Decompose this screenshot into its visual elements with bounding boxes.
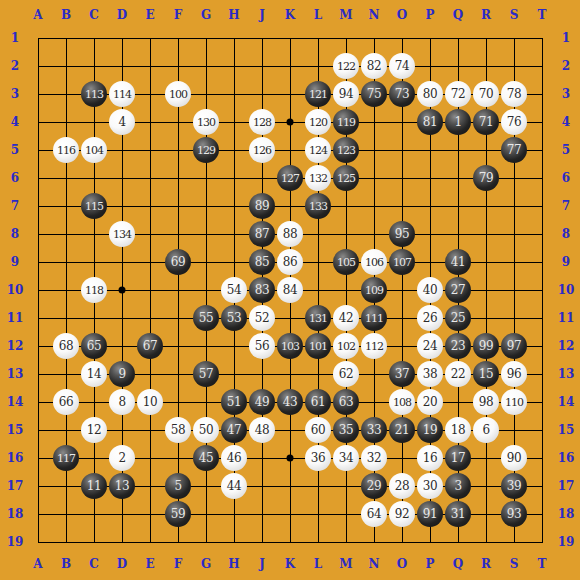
stone-white-P12[interactable]: 24 [417,333,443,359]
stone-white-M2[interactable]: 122 [333,53,359,79]
stone-black-L7[interactable]: 133 [305,193,331,219]
stone-move-number: 125 [337,173,355,184]
stone-move-number: 83 [255,284,269,296]
stone-move-number: 6 [482,424,489,436]
stone-move-number: 16 [423,452,437,464]
stone-black-L12[interactable]: 101 [305,333,331,359]
stone-white-S13[interactable]: 96 [501,361,527,387]
stone-move-number: 77 [507,144,521,156]
stone-white-P17[interactable]: 30 [417,473,443,499]
stone-move-number: 120 [309,117,327,128]
stone-black-Q16[interactable]: 17 [445,445,471,471]
row-label-right-17: 17 [558,480,575,492]
stone-move-number: 17 [451,452,465,464]
stone-white-R14[interactable]: 98 [473,389,499,415]
stone-move-number: 1 [454,116,461,128]
stone-white-L6[interactable]: 132 [305,165,331,191]
stone-move-number: 84 [283,284,297,296]
stone-white-N16[interactable]: 32 [361,445,387,471]
stone-white-J15[interactable]: 48 [249,417,275,443]
stone-white-S14[interactable]: 110 [501,389,527,415]
stone-move-number: 52 [255,312,269,324]
row-label-right-5: 5 [562,144,570,156]
stone-move-number: 96 [507,368,521,380]
stone-black-J9[interactable]: 85 [249,249,275,275]
stone-move-number: 40 [423,284,437,296]
stone-move-number: 34 [339,452,353,464]
row-label-right-3: 3 [562,88,570,100]
stone-move-number: 132 [309,173,327,184]
stone-move-number: 119 [337,117,355,128]
stone-white-C15[interactable]: 12 [81,417,107,443]
stone-white-M11[interactable]: 42 [333,305,359,331]
stone-black-N11[interactable]: 111 [361,305,387,331]
stone-move-number: 90 [507,452,521,464]
stone-black-F18[interactable]: 59 [165,501,191,527]
col-label-bottom-B: B [61,558,71,570]
stone-white-D4[interactable]: 4 [109,109,135,135]
row-label-right-1: 1 [562,32,570,44]
stone-white-Q15[interactable]: 18 [445,417,471,443]
stone-white-P10[interactable]: 40 [417,277,443,303]
stone-black-K14[interactable]: 43 [277,389,303,415]
stone-white-D8[interactable]: 134 [109,221,135,247]
stone-black-Q11[interactable]: 25 [445,305,471,331]
stone-black-L11[interactable]: 131 [305,305,331,331]
stone-move-number: 74 [395,60,409,72]
stone-white-N18[interactable]: 64 [361,501,387,527]
row-label-left-11: 11 [7,312,24,324]
stone-move-number: 65 [87,340,101,352]
stone-move-number: 79 [479,172,493,184]
col-label-top-F: F [174,9,183,21]
stone-white-M16[interactable]: 34 [333,445,359,471]
row-label-right-9: 9 [562,256,570,268]
stone-black-R4[interactable]: 71 [473,109,499,135]
stone-move-number: 19 [423,424,437,436]
row-label-right-11: 11 [558,312,575,324]
stone-black-G13[interactable]: 57 [193,361,219,387]
stone-white-O17[interactable]: 28 [389,473,415,499]
stone-move-number: 46 [227,452,241,464]
stone-move-number: 55 [199,312,213,324]
stone-white-B12[interactable]: 68 [53,333,79,359]
stone-black-G16[interactable]: 45 [193,445,219,471]
stone-move-number: 109 [365,285,383,296]
row-label-left-18: 18 [7,508,24,520]
stone-black-E12[interactable]: 67 [137,333,163,359]
stone-move-number: 87 [255,228,269,240]
stone-black-Q12[interactable]: 23 [445,333,471,359]
stone-black-D13[interactable]: 9 [109,361,135,387]
stone-white-K10[interactable]: 84 [277,277,303,303]
stone-move-number: 94 [339,88,353,100]
col-label-bottom-N: N [369,558,380,570]
stone-black-M6[interactable]: 125 [333,165,359,191]
stone-black-K6[interactable]: 127 [277,165,303,191]
col-label-bottom-M: M [339,558,352,570]
col-label-bottom-G: G [201,558,211,570]
stone-move-number: 68 [59,340,73,352]
stone-black-H15[interactable]: 47 [221,417,247,443]
col-label-top-C: C [89,9,99,21]
col-label-bottom-A: A [33,558,42,570]
stone-white-R3[interactable]: 70 [473,81,499,107]
stone-move-number: 4 [118,116,125,128]
stone-black-C12[interactable]: 65 [81,333,107,359]
stone-black-M15[interactable]: 35 [333,417,359,443]
row-label-right-8: 8 [562,228,570,240]
stone-move-number: 53 [227,312,241,324]
stone-white-D16[interactable]: 2 [109,445,135,471]
stone-black-O15[interactable]: 21 [389,417,415,443]
stone-black-M4[interactable]: 119 [333,109,359,135]
stone-black-C3[interactable]: 113 [81,81,107,107]
stone-move-number: 48 [255,424,269,436]
stone-move-number: 30 [423,480,437,492]
row-label-right-12: 12 [558,340,575,352]
row-label-left-6: 6 [11,172,19,184]
stone-white-P3[interactable]: 80 [417,81,443,107]
stone-move-number: 44 [227,480,241,492]
stone-white-H10[interactable]: 54 [221,277,247,303]
stone-move-number: 106 [365,257,383,268]
stone-move-number: 97 [507,340,521,352]
stone-move-number: 95 [395,228,409,240]
stone-white-L4[interactable]: 120 [305,109,331,135]
row-label-left-15: 15 [7,424,24,436]
stone-black-O3[interactable]: 73 [389,81,415,107]
stone-black-J10[interactable]: 83 [249,277,275,303]
stone-white-O2[interactable]: 74 [389,53,415,79]
stone-white-O14[interactable]: 108 [389,389,415,415]
stone-black-F9[interactable]: 69 [165,249,191,275]
stone-move-number: 27 [451,284,465,296]
stone-move-number: 73 [395,88,409,100]
col-label-top-R: R [481,9,491,21]
stone-white-C10[interactable]: 118 [81,277,107,303]
row-label-right-16: 16 [558,452,575,464]
stone-move-number: 126 [253,145,271,156]
stone-white-G15[interactable]: 50 [193,417,219,443]
stone-black-S18[interactable]: 93 [501,501,527,527]
stone-move-number: 43 [283,396,297,408]
col-label-bottom-D: D [117,558,127,570]
go-diagram-screen: AABBCCDDEEFFGGHHJJKKLLMMNNOOPPQQRRSSTT11… [0,0,580,580]
stone-black-H14[interactable]: 51 [221,389,247,415]
stone-move-number: 60 [311,424,325,436]
stone-black-J14[interactable]: 49 [249,389,275,415]
col-label-top-M: M [339,9,352,21]
stone-move-number: 58 [171,424,185,436]
stone-white-G4[interactable]: 130 [193,109,219,135]
col-label-top-D: D [117,9,127,21]
row-label-left-1: 1 [11,32,19,44]
stone-move-number: 69 [171,256,185,268]
col-label-bottom-K: K [285,558,295,570]
stone-move-number: 88 [283,228,297,240]
col-label-bottom-Q: Q [453,558,463,570]
stone-white-M13[interactable]: 62 [333,361,359,387]
col-label-bottom-J: J [259,558,265,570]
stone-white-N9[interactable]: 106 [361,249,387,275]
stone-black-Q17[interactable]: 3 [445,473,471,499]
stone-move-number: 57 [199,368,213,380]
stone-move-number: 18 [451,424,465,436]
stone-move-number: 20 [423,396,437,408]
stone-white-B14[interactable]: 66 [53,389,79,415]
stone-white-O18[interactable]: 92 [389,501,415,527]
stone-white-L5[interactable]: 124 [305,137,331,163]
stone-black-Q10[interactable]: 27 [445,277,471,303]
row-label-left-12: 12 [7,340,24,352]
row-label-left-4: 4 [11,116,19,128]
stone-move-number: 37 [395,368,409,380]
row-label-left-14: 14 [7,396,24,408]
stone-move-number: 131 [309,313,327,324]
stone-move-number: 13 [115,480,129,492]
stone-move-number: 63 [339,396,353,408]
stone-move-number: 117 [57,453,75,464]
stone-move-number: 93 [507,508,521,520]
stone-white-C13[interactable]: 14 [81,361,107,387]
stone-black-Q4[interactable]: 1 [445,109,471,135]
row-label-right-15: 15 [558,424,575,436]
stone-black-R12[interactable]: 99 [473,333,499,359]
stone-move-number: 42 [339,312,353,324]
stone-move-number: 105 [337,257,355,268]
stone-move-number: 116 [57,145,75,156]
stone-black-D17[interactable]: 13 [109,473,135,499]
stone-white-L15[interactable]: 60 [305,417,331,443]
stone-black-O13[interactable]: 37 [389,361,415,387]
stone-black-N17[interactable]: 29 [361,473,387,499]
stone-white-S3[interactable]: 78 [501,81,527,107]
stone-white-K8[interactable]: 88 [277,221,303,247]
col-label-bottom-T: T [538,558,547,570]
stone-move-number: 91 [423,508,437,520]
col-label-top-P: P [425,9,434,21]
col-label-top-S: S [510,9,519,21]
stone-move-number: 11 [87,480,101,492]
stone-black-H11[interactable]: 53 [221,305,247,331]
stone-move-number: 50 [199,424,213,436]
row-label-right-19: 19 [558,536,575,548]
stone-move-number: 76 [507,116,521,128]
stone-white-F15[interactable]: 58 [165,417,191,443]
stone-move-number: 26 [423,312,437,324]
stone-white-P16[interactable]: 16 [417,445,443,471]
row-label-right-7: 7 [562,200,570,212]
stone-move-number: 71 [479,116,493,128]
col-label-top-H: H [228,9,239,21]
col-label-top-G: G [201,9,211,21]
stone-black-L14[interactable]: 61 [305,389,331,415]
row-label-right-18: 18 [558,508,575,520]
stone-white-B5[interactable]: 116 [53,137,79,163]
stone-black-S12[interactable]: 97 [501,333,527,359]
stone-move-number: 14 [87,368,101,380]
row-label-left-16: 16 [7,452,24,464]
stone-white-J12[interactable]: 56 [249,333,275,359]
stone-black-S5[interactable]: 77 [501,137,527,163]
stone-black-L3[interactable]: 121 [305,81,331,107]
stone-white-H17[interactable]: 44 [221,473,247,499]
stone-move-number: 110 [505,397,523,408]
stone-black-G5[interactable]: 129 [193,137,219,163]
stone-black-R6[interactable]: 79 [473,165,499,191]
stone-move-number: 28 [395,480,409,492]
stone-move-number: 85 [255,256,269,268]
stone-move-number: 104 [85,145,103,156]
col-label-bottom-H: H [228,558,239,570]
stone-move-number: 22 [451,368,465,380]
stone-move-number: 134 [113,229,131,240]
stone-black-N10[interactable]: 109 [361,277,387,303]
row-label-left-9: 9 [11,256,19,268]
stone-black-R13[interactable]: 15 [473,361,499,387]
stone-white-S4[interactable]: 76 [501,109,527,135]
stone-move-number: 25 [451,312,465,324]
stone-move-number: 9 [118,368,125,380]
stone-white-L16[interactable]: 36 [305,445,331,471]
stone-black-C17[interactable]: 11 [81,473,107,499]
stone-white-N12[interactable]: 112 [361,333,387,359]
go-board[interactable]: AABBCCDDEEFFGGHHJJKKLLMMNNOOPPQQRRSSTT11… [0,0,580,580]
col-label-bottom-F: F [174,558,183,570]
stone-move-number: 129 [197,145,215,156]
stone-black-N15[interactable]: 33 [361,417,387,443]
stone-white-D14[interactable]: 8 [109,389,135,415]
stone-black-N3[interactable]: 75 [361,81,387,107]
stone-move-number: 59 [171,508,185,520]
stone-move-number: 67 [143,340,157,352]
stone-white-M3[interactable]: 94 [333,81,359,107]
stone-black-M9[interactable]: 105 [333,249,359,275]
stone-black-P15[interactable]: 19 [417,417,443,443]
stone-white-C5[interactable]: 104 [81,137,107,163]
stone-black-J7[interactable]: 89 [249,193,275,219]
stone-move-number: 49 [255,396,269,408]
col-label-top-E: E [145,9,154,21]
stone-move-number: 38 [423,368,437,380]
stone-black-Q9[interactable]: 41 [445,249,471,275]
stone-white-P11[interactable]: 26 [417,305,443,331]
row-label-right-10: 10 [558,284,575,296]
stone-white-D3[interactable]: 114 [109,81,135,107]
stone-move-number: 70 [479,88,493,100]
stone-white-P14[interactable]: 20 [417,389,443,415]
stone-move-number: 29 [367,480,381,492]
stone-black-C7[interactable]: 115 [81,193,107,219]
row-label-left-3: 3 [11,88,19,100]
stone-white-Q3[interactable]: 72 [445,81,471,107]
stone-white-P13[interactable]: 38 [417,361,443,387]
stone-white-S16[interactable]: 90 [501,445,527,471]
stone-black-B16[interactable]: 117 [53,445,79,471]
col-label-bottom-S: S [510,558,519,570]
stone-move-number: 101 [309,341,327,352]
stone-move-number: 123 [337,145,355,156]
col-label-bottom-L: L [314,558,322,570]
stone-move-number: 133 [309,201,327,212]
col-label-top-J: J [259,9,265,21]
stone-move-number: 51 [227,396,241,408]
stone-white-M12[interactable]: 102 [333,333,359,359]
stone-black-M5[interactable]: 123 [333,137,359,163]
stone-move-number: 86 [283,256,297,268]
stone-white-N2[interactable]: 82 [361,53,387,79]
col-label-bottom-R: R [481,558,491,570]
stone-black-P4[interactable]: 81 [417,109,443,135]
stone-black-G11[interactable]: 55 [193,305,219,331]
stone-move-number: 75 [367,88,381,100]
stone-white-E14[interactable]: 10 [137,389,163,415]
row-label-left-13: 13 [7,368,24,380]
stone-black-O8[interactable]: 95 [389,221,415,247]
stone-black-P18[interactable]: 91 [417,501,443,527]
stone-move-number: 107 [393,257,411,268]
stone-black-O9[interactable]: 107 [389,249,415,275]
stone-white-H16[interactable]: 46 [221,445,247,471]
stone-move-number: 5 [174,480,181,492]
stone-move-number: 111 [365,313,383,324]
stone-white-Q13[interactable]: 22 [445,361,471,387]
row-label-right-13: 13 [558,368,575,380]
stone-move-number: 39 [507,480,521,492]
stone-move-number: 102 [337,341,355,352]
stone-move-number: 61 [311,396,325,408]
row-label-right-6: 6 [562,172,570,184]
stone-move-number: 130 [197,117,215,128]
stone-black-F17[interactable]: 5 [165,473,191,499]
stone-move-number: 24 [423,340,437,352]
stone-move-number: 112 [365,341,383,352]
stone-move-number: 127 [281,173,299,184]
stone-black-J8[interactable]: 87 [249,221,275,247]
col-label-top-A: A [33,9,42,21]
row-label-right-4: 4 [562,116,570,128]
row-label-right-14: 14 [558,396,575,408]
stone-move-number: 114 [113,89,131,100]
stone-white-R15[interactable]: 6 [473,417,499,443]
stone-move-number: 10 [143,396,157,408]
stone-move-number: 128 [253,117,271,128]
stone-move-number: 12 [87,424,101,436]
stone-move-number: 56 [255,340,269,352]
stone-black-K12[interactable]: 103 [277,333,303,359]
row-label-left-7: 7 [11,200,19,212]
row-label-left-10: 10 [7,284,24,296]
stone-white-F3[interactable]: 100 [165,81,191,107]
stone-move-number: 15 [479,368,493,380]
stone-black-Q18[interactable]: 31 [445,501,471,527]
stone-move-number: 64 [367,508,381,520]
stone-white-J4[interactable]: 128 [249,109,275,135]
stone-white-J5[interactable]: 126 [249,137,275,163]
stone-black-S17[interactable]: 39 [501,473,527,499]
stone-move-number: 41 [451,256,465,268]
col-label-top-K: K [285,9,295,21]
col-label-top-L: L [314,9,322,21]
stone-white-J11[interactable]: 52 [249,305,275,331]
stone-move-number: 21 [395,424,409,436]
stone-move-number: 31 [451,508,465,520]
stone-move-number: 124 [309,145,327,156]
stone-white-K9[interactable]: 86 [277,249,303,275]
stone-black-M14[interactable]: 63 [333,389,359,415]
stone-move-number: 47 [227,424,241,436]
